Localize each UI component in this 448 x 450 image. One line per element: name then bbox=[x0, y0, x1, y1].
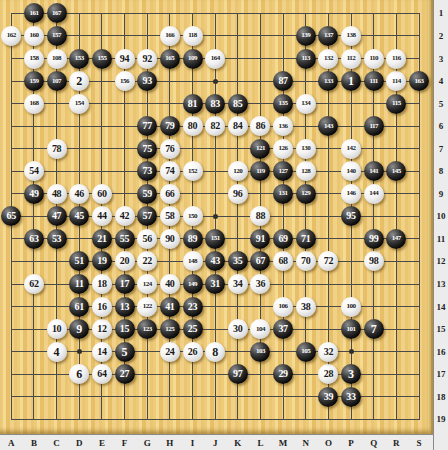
stone-white-14[interactable]: 14 bbox=[92, 342, 112, 362]
stone-white-120[interactable]: 120 bbox=[228, 161, 248, 181]
stone-white-108[interactable]: 108 bbox=[47, 49, 67, 69]
stone-black-37[interactable]: 37 bbox=[273, 319, 293, 339]
stone-black-9[interactable]: 9 bbox=[69, 319, 89, 339]
stone-white-22[interactable]: 22 bbox=[137, 251, 157, 271]
stone-white-114[interactable]: 114 bbox=[386, 71, 406, 91]
row-label-3: 3 bbox=[434, 54, 448, 64]
stone-black-167[interactable]: 167 bbox=[47, 3, 67, 23]
row-label-18: 18 bbox=[434, 392, 448, 402]
stone-black-81[interactable]: 81 bbox=[183, 94, 203, 114]
stone-white-24[interactable]: 24 bbox=[160, 342, 180, 362]
stone-black-27[interactable]: 27 bbox=[115, 364, 135, 384]
stone-black-133[interactable]: 133 bbox=[318, 71, 338, 91]
stone-white-62[interactable]: 62 bbox=[24, 274, 44, 294]
stone-black-107[interactable]: 107 bbox=[47, 71, 67, 91]
stone-white-126[interactable]: 126 bbox=[273, 139, 293, 159]
stone-white-130[interactable]: 130 bbox=[296, 139, 316, 159]
star-point-J4 bbox=[213, 79, 218, 84]
grid-line-vertical bbox=[237, 13, 238, 420]
row-label-15: 15 bbox=[434, 324, 448, 334]
stone-black-135[interactable]: 135 bbox=[273, 94, 293, 114]
stone-white-28[interactable]: 28 bbox=[318, 364, 338, 384]
stone-white-74[interactable]: 74 bbox=[160, 161, 180, 181]
stone-black-129[interactable]: 129 bbox=[296, 184, 316, 204]
col-label-K: K bbox=[231, 438, 245, 448]
stone-white-96[interactable]: 96 bbox=[228, 184, 248, 204]
stone-white-70[interactable]: 70 bbox=[296, 251, 316, 271]
stone-black-61[interactable]: 61 bbox=[69, 297, 89, 317]
stone-white-72[interactable]: 72 bbox=[318, 251, 338, 271]
col-label-B: B bbox=[27, 438, 41, 448]
stone-black-5[interactable]: 5 bbox=[115, 342, 135, 362]
stone-black-85[interactable]: 85 bbox=[228, 94, 248, 114]
stone-white-110[interactable]: 110 bbox=[364, 49, 384, 69]
stone-white-160[interactable]: 160 bbox=[24, 26, 44, 46]
stone-white-112[interactable]: 112 bbox=[341, 49, 361, 69]
stone-white-134[interactable]: 134 bbox=[296, 94, 316, 114]
stone-black-115[interactable]: 115 bbox=[386, 94, 406, 114]
stone-white-6[interactable]: 6 bbox=[69, 364, 89, 384]
stone-white-154[interactable]: 154 bbox=[69, 94, 89, 114]
stone-white-84[interactable]: 84 bbox=[228, 116, 248, 136]
row-label-7: 7 bbox=[434, 144, 448, 154]
stone-white-162[interactable]: 162 bbox=[1, 26, 21, 46]
stone-white-76[interactable]: 76 bbox=[160, 139, 180, 159]
stone-white-140[interactable]: 140 bbox=[341, 161, 361, 181]
stone-white-144[interactable]: 144 bbox=[364, 184, 384, 204]
stone-black-141[interactable]: 141 bbox=[364, 161, 384, 181]
stone-black-13[interactable]: 13 bbox=[115, 297, 135, 317]
stone-black-163[interactable]: 163 bbox=[409, 71, 429, 91]
stone-black-49[interactable]: 49 bbox=[24, 184, 44, 204]
stone-black-87[interactable]: 87 bbox=[273, 71, 293, 91]
star-point-D16 bbox=[77, 349, 82, 354]
row-label-1: 1 bbox=[434, 8, 448, 18]
stone-black-21[interactable]: 21 bbox=[92, 229, 112, 249]
row-label-11: 11 bbox=[434, 234, 448, 244]
stone-black-155[interactable]: 155 bbox=[92, 49, 112, 69]
stone-white-40[interactable]: 40 bbox=[160, 274, 180, 294]
stone-white-68[interactable]: 68 bbox=[273, 251, 293, 271]
stone-black-127[interactable]: 127 bbox=[273, 161, 293, 181]
stone-black-149[interactable]: 149 bbox=[183, 274, 203, 294]
col-label-L: L bbox=[253, 438, 267, 448]
row-coordinate-labels: 12345678910111213141516171819 bbox=[433, 0, 448, 450]
row-label-2: 2 bbox=[434, 31, 448, 41]
stone-white-168[interactable]: 168 bbox=[24, 94, 44, 114]
stone-black-95[interactable]: 95 bbox=[341, 206, 361, 226]
row-label-9: 9 bbox=[434, 189, 448, 199]
column-coordinate-labels: ABCDEFGHIJKLMNOPQRS bbox=[0, 434, 433, 450]
stone-white-8[interactable]: 8 bbox=[205, 342, 225, 362]
row-label-14: 14 bbox=[434, 302, 448, 312]
stone-black-77[interactable]: 77 bbox=[137, 116, 157, 136]
stone-black-91[interactable]: 91 bbox=[250, 229, 270, 249]
stone-white-26[interactable]: 26 bbox=[183, 342, 203, 362]
stone-black-101[interactable]: 101 bbox=[341, 319, 361, 339]
stone-black-113[interactable]: 113 bbox=[296, 49, 316, 69]
stone-white-164[interactable]: 164 bbox=[205, 49, 225, 69]
row-label-8: 8 bbox=[434, 166, 448, 176]
stone-white-156[interactable]: 156 bbox=[115, 71, 135, 91]
stone-white-66[interactable]: 66 bbox=[160, 184, 180, 204]
go-board[interactable]: 1234567891011121314151617181920212223242… bbox=[0, 0, 433, 434]
stone-white-2[interactable]: 2 bbox=[69, 71, 89, 91]
stone-black-145[interactable]: 145 bbox=[386, 161, 406, 181]
row-label-5: 5 bbox=[434, 99, 448, 109]
col-label-N: N bbox=[299, 438, 313, 448]
col-label-A: A bbox=[4, 438, 18, 448]
stone-black-57[interactable]: 57 bbox=[137, 206, 157, 226]
stone-white-78[interactable]: 78 bbox=[47, 139, 67, 159]
stone-white-54[interactable]: 54 bbox=[24, 161, 44, 181]
stone-black-119[interactable]: 119 bbox=[250, 161, 270, 181]
stone-black-121[interactable]: 121 bbox=[250, 139, 270, 159]
stone-black-41[interactable]: 41 bbox=[160, 297, 180, 317]
row-label-4: 4 bbox=[434, 76, 448, 86]
col-label-I: I bbox=[186, 438, 200, 448]
stone-black-139[interactable]: 139 bbox=[296, 26, 316, 46]
star-point-P16 bbox=[349, 349, 354, 354]
stone-black-29[interactable]: 29 bbox=[273, 364, 293, 384]
go-game-screenshot: 1234567891011121314151617181920212223242… bbox=[0, 0, 448, 450]
stone-black-105[interactable]: 105 bbox=[296, 342, 316, 362]
col-label-C: C bbox=[50, 438, 64, 448]
stone-white-146[interactable]: 146 bbox=[341, 184, 361, 204]
col-label-O: O bbox=[321, 438, 335, 448]
stone-black-7[interactable]: 7 bbox=[364, 319, 384, 339]
stone-black-147[interactable]: 147 bbox=[386, 229, 406, 249]
stone-black-75[interactable]: 75 bbox=[137, 139, 157, 159]
stone-white-132[interactable]: 132 bbox=[318, 49, 338, 69]
stone-black-79[interactable]: 79 bbox=[160, 116, 180, 136]
stone-white-94[interactable]: 94 bbox=[115, 49, 135, 69]
stone-white-46[interactable]: 46 bbox=[69, 184, 89, 204]
row-label-19: 19 bbox=[434, 414, 448, 424]
star-point-J10 bbox=[213, 214, 218, 219]
stone-black-99[interactable]: 99 bbox=[364, 229, 384, 249]
stone-white-118[interactable]: 118 bbox=[183, 26, 203, 46]
stone-black-111[interactable]: 111 bbox=[364, 71, 384, 91]
stone-white-56[interactable]: 56 bbox=[137, 229, 157, 249]
col-label-P: P bbox=[344, 438, 358, 448]
stone-black-43[interactable]: 43 bbox=[205, 251, 225, 271]
stone-black-59[interactable]: 59 bbox=[137, 184, 157, 204]
stone-white-86[interactable]: 86 bbox=[250, 116, 270, 136]
stone-black-153[interactable]: 153 bbox=[69, 49, 89, 69]
stone-white-58[interactable]: 58 bbox=[160, 206, 180, 226]
stone-black-73[interactable]: 73 bbox=[137, 161, 157, 181]
stone-black-65[interactable]: 65 bbox=[1, 206, 21, 226]
col-label-M: M bbox=[276, 438, 290, 448]
stone-white-150[interactable]: 150 bbox=[183, 206, 203, 226]
stone-black-51[interactable]: 51 bbox=[69, 251, 89, 271]
col-label-S: S bbox=[412, 438, 426, 448]
stone-white-166[interactable]: 166 bbox=[160, 26, 180, 46]
stone-black-11[interactable]: 11 bbox=[69, 274, 89, 294]
stone-black-53[interactable]: 53 bbox=[47, 229, 67, 249]
stone-black-97[interactable]: 97 bbox=[228, 364, 248, 384]
stone-black-39[interactable]: 39 bbox=[318, 387, 338, 407]
stone-white-88[interactable]: 88 bbox=[250, 206, 270, 226]
stone-white-136[interactable]: 136 bbox=[273, 116, 293, 136]
stone-black-19[interactable]: 19 bbox=[92, 251, 112, 271]
stone-black-159[interactable]: 159 bbox=[24, 71, 44, 91]
stone-white-12[interactable]: 12 bbox=[92, 319, 112, 339]
stone-white-100[interactable]: 100 bbox=[341, 297, 361, 317]
stone-white-18[interactable]: 18 bbox=[92, 274, 112, 294]
stone-black-25[interactable]: 25 bbox=[183, 319, 203, 339]
stone-black-71[interactable]: 71 bbox=[296, 229, 316, 249]
stone-black-33[interactable]: 33 bbox=[341, 387, 361, 407]
col-label-J: J bbox=[208, 438, 222, 448]
grid-line-horizontal bbox=[11, 419, 420, 420]
col-label-Q: Q bbox=[367, 438, 381, 448]
stone-black-23[interactable]: 23 bbox=[183, 297, 203, 317]
stone-black-125[interactable]: 125 bbox=[160, 319, 180, 339]
stone-black-157[interactable]: 157 bbox=[47, 26, 67, 46]
stone-white-122[interactable]: 122 bbox=[137, 297, 157, 317]
stone-white-60[interactable]: 60 bbox=[92, 184, 112, 204]
stone-white-10[interactable]: 10 bbox=[47, 319, 67, 339]
stone-black-1[interactable]: 1 bbox=[341, 71, 361, 91]
stone-white-30[interactable]: 30 bbox=[228, 319, 248, 339]
stone-white-34[interactable]: 34 bbox=[228, 274, 248, 294]
stone-white-16[interactable]: 16 bbox=[92, 297, 112, 317]
stone-white-20[interactable]: 20 bbox=[115, 251, 135, 271]
row-label-16: 16 bbox=[434, 347, 448, 357]
stone-black-63[interactable]: 63 bbox=[24, 229, 44, 249]
stone-white-142[interactable]: 142 bbox=[341, 139, 361, 159]
stone-black-55[interactable]: 55 bbox=[115, 229, 135, 249]
stone-white-4[interactable]: 4 bbox=[47, 342, 67, 362]
stone-black-93[interactable]: 93 bbox=[137, 71, 157, 91]
stone-white-98[interactable]: 98 bbox=[364, 251, 384, 271]
stone-black-83[interactable]: 83 bbox=[205, 94, 225, 114]
stone-white-82[interactable]: 82 bbox=[205, 116, 225, 136]
stone-white-148[interactable]: 148 bbox=[183, 251, 203, 271]
stone-black-69[interactable]: 69 bbox=[273, 229, 293, 249]
col-label-R: R bbox=[389, 438, 403, 448]
stone-white-44[interactable]: 44 bbox=[92, 206, 112, 226]
stone-white-124[interactable]: 124 bbox=[137, 274, 157, 294]
col-label-D: D bbox=[72, 438, 86, 448]
stone-white-42[interactable]: 42 bbox=[115, 206, 135, 226]
stone-black-151[interactable]: 151 bbox=[205, 229, 225, 249]
stone-black-137[interactable]: 137 bbox=[318, 26, 338, 46]
stone-black-47[interactable]: 47 bbox=[47, 206, 67, 226]
stone-white-38[interactable]: 38 bbox=[296, 297, 316, 317]
stone-black-117[interactable]: 117 bbox=[364, 116, 384, 136]
stone-white-152[interactable]: 152 bbox=[183, 161, 203, 181]
row-label-17: 17 bbox=[434, 369, 448, 379]
stone-white-64[interactable]: 64 bbox=[92, 364, 112, 384]
stone-white-116[interactable]: 116 bbox=[386, 49, 406, 69]
stone-black-131[interactable]: 131 bbox=[273, 184, 293, 204]
stone-white-138[interactable]: 138 bbox=[341, 26, 361, 46]
stone-white-48[interactable]: 48 bbox=[47, 184, 67, 204]
stone-black-31[interactable]: 31 bbox=[205, 274, 225, 294]
col-label-F: F bbox=[118, 438, 132, 448]
stone-black-109[interactable]: 109 bbox=[183, 49, 203, 69]
stone-black-161[interactable]: 161 bbox=[24, 3, 44, 23]
stone-black-143[interactable]: 143 bbox=[318, 116, 338, 136]
stone-black-103[interactable]: 103 bbox=[250, 342, 270, 362]
stone-black-3[interactable]: 3 bbox=[341, 364, 361, 384]
stone-black-67[interactable]: 67 bbox=[250, 251, 270, 271]
stone-black-35[interactable]: 35 bbox=[228, 251, 248, 271]
col-label-E: E bbox=[95, 438, 109, 448]
stone-black-165[interactable]: 165 bbox=[160, 49, 180, 69]
stone-white-104[interactable]: 104 bbox=[250, 319, 270, 339]
col-label-G: G bbox=[140, 438, 154, 448]
stone-white-80[interactable]: 80 bbox=[183, 116, 203, 136]
stone-white-92[interactable]: 92 bbox=[137, 49, 157, 69]
stone-white-106[interactable]: 106 bbox=[273, 297, 293, 317]
stone-black-15[interactable]: 15 bbox=[115, 319, 135, 339]
row-label-12: 12 bbox=[434, 256, 448, 266]
stone-white-90[interactable]: 90 bbox=[160, 229, 180, 249]
stone-black-45[interactable]: 45 bbox=[69, 206, 89, 226]
row-label-10: 10 bbox=[434, 211, 448, 221]
col-label-H: H bbox=[163, 438, 177, 448]
row-label-13: 13 bbox=[434, 279, 448, 289]
stone-black-123[interactable]: 123 bbox=[137, 319, 157, 339]
stone-white-36[interactable]: 36 bbox=[250, 274, 270, 294]
stone-white-128[interactable]: 128 bbox=[296, 161, 316, 181]
stone-black-17[interactable]: 17 bbox=[115, 274, 135, 294]
stone-white-32[interactable]: 32 bbox=[318, 342, 338, 362]
row-label-6: 6 bbox=[434, 121, 448, 131]
stone-black-89[interactable]: 89 bbox=[183, 229, 203, 249]
stone-white-158[interactable]: 158 bbox=[24, 49, 44, 69]
